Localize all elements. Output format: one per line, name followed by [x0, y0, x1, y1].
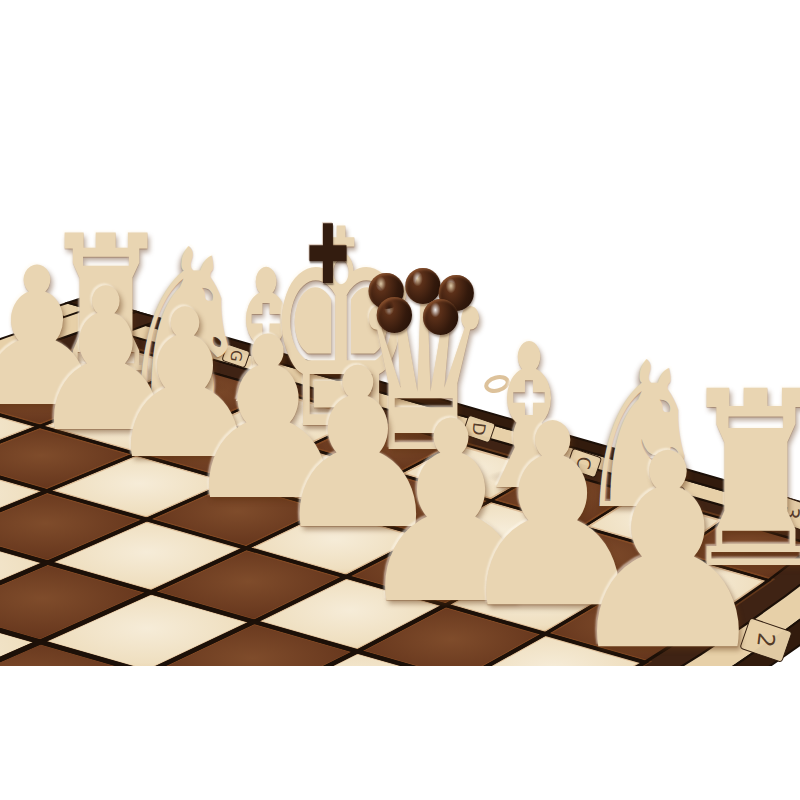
coordinate-label: 2	[752, 631, 780, 649]
coordinate-label: C	[573, 455, 595, 470]
coordinate-label: D	[468, 421, 489, 436]
frame-clasp-loop	[485, 375, 510, 393]
chess-board: GDCB32	[0, 0, 800, 666]
coordinate-label: B	[654, 486, 677, 502]
product-photo: GDCB32 ♜♞♝♚✚♛♝♞♜♟♟♟♟♟♟♟♟	[0, 0, 800, 666]
coordinate-label: G	[226, 349, 245, 363]
page: Wooden chess set product photo — white p…	[0, 0, 800, 800]
